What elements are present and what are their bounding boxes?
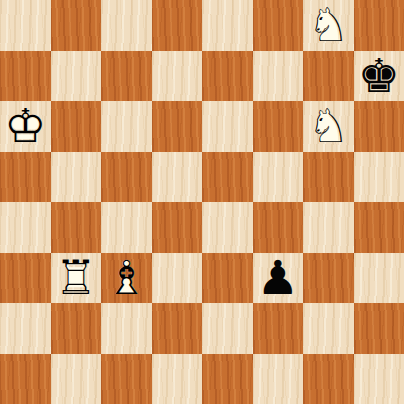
square-h3[interactable] bbox=[354, 253, 404, 304]
square-b8[interactable] bbox=[51, 0, 102, 51]
square-c1[interactable] bbox=[101, 354, 152, 404]
piece-outline: ♖ bbox=[51, 253, 102, 304]
square-c2[interactable] bbox=[101, 303, 152, 354]
square-e3[interactable] bbox=[202, 253, 253, 304]
square-g5[interactable] bbox=[303, 152, 354, 203]
square-d1[interactable] bbox=[152, 354, 203, 404]
square-a6[interactable]: ♚♔ bbox=[0, 101, 51, 152]
piece-white-knight[interactable]: ♞♘ bbox=[303, 101, 354, 152]
piece-black-king[interactable]: ♚ bbox=[354, 51, 404, 102]
square-c3[interactable]: ♝♗ bbox=[101, 253, 152, 304]
square-d7[interactable] bbox=[152, 51, 203, 102]
square-a3[interactable] bbox=[0, 253, 51, 304]
square-d4[interactable] bbox=[152, 202, 203, 253]
square-b6[interactable] bbox=[51, 101, 102, 152]
square-c5[interactable] bbox=[101, 152, 152, 203]
piece-white-rook[interactable]: ♜♖ bbox=[51, 253, 102, 304]
square-a7[interactable] bbox=[0, 51, 51, 102]
chess-board: ♞♘♚♚♔♞♘♜♖♝♗♟ bbox=[0, 0, 404, 404]
square-a1[interactable] bbox=[0, 354, 51, 404]
square-b1[interactable] bbox=[51, 354, 102, 404]
square-a2[interactable] bbox=[0, 303, 51, 354]
square-f6[interactable] bbox=[253, 101, 304, 152]
square-e7[interactable] bbox=[202, 51, 253, 102]
square-b5[interactable] bbox=[51, 152, 102, 203]
square-d3[interactable] bbox=[152, 253, 203, 304]
piece-outline: ♘ bbox=[303, 101, 354, 152]
square-c8[interactable] bbox=[101, 0, 152, 51]
square-f3[interactable]: ♟ bbox=[253, 253, 304, 304]
square-f4[interactable] bbox=[253, 202, 304, 253]
square-f5[interactable] bbox=[253, 152, 304, 203]
square-e2[interactable] bbox=[202, 303, 253, 354]
square-g1[interactable] bbox=[303, 354, 354, 404]
square-g6[interactable]: ♞♘ bbox=[303, 101, 354, 152]
square-f7[interactable] bbox=[253, 51, 304, 102]
square-d8[interactable] bbox=[152, 0, 203, 51]
square-h7[interactable]: ♚ bbox=[354, 51, 404, 102]
square-b7[interactable] bbox=[51, 51, 102, 102]
square-e6[interactable] bbox=[202, 101, 253, 152]
square-a8[interactable] bbox=[0, 0, 51, 51]
piece-white-knight[interactable]: ♞♘ bbox=[303, 0, 354, 51]
square-d6[interactable] bbox=[152, 101, 203, 152]
piece-white-bishop[interactable]: ♝♗ bbox=[101, 253, 152, 304]
piece-white-king[interactable]: ♚♔ bbox=[0, 101, 51, 152]
square-a5[interactable] bbox=[0, 152, 51, 203]
square-g3[interactable] bbox=[303, 253, 354, 304]
square-c6[interactable] bbox=[101, 101, 152, 152]
piece-outline: ♗ bbox=[101, 253, 152, 304]
square-h5[interactable] bbox=[354, 152, 404, 203]
square-h4[interactable] bbox=[354, 202, 404, 253]
square-f8[interactable] bbox=[253, 0, 304, 51]
square-b2[interactable] bbox=[51, 303, 102, 354]
piece-outline: ♘ bbox=[303, 0, 354, 51]
square-d5[interactable] bbox=[152, 152, 203, 203]
square-a4[interactable] bbox=[0, 202, 51, 253]
piece-outline: ♔ bbox=[0, 101, 51, 152]
square-e4[interactable] bbox=[202, 202, 253, 253]
square-g7[interactable] bbox=[303, 51, 354, 102]
square-g8[interactable]: ♞♘ bbox=[303, 0, 354, 51]
square-b4[interactable] bbox=[51, 202, 102, 253]
square-h1[interactable] bbox=[354, 354, 404, 404]
square-f2[interactable] bbox=[253, 303, 304, 354]
square-h8[interactable] bbox=[354, 0, 404, 51]
square-h6[interactable] bbox=[354, 101, 404, 152]
square-g2[interactable] bbox=[303, 303, 354, 354]
square-e5[interactable] bbox=[202, 152, 253, 203]
square-b3[interactable]: ♜♖ bbox=[51, 253, 102, 304]
square-f1[interactable] bbox=[253, 354, 304, 404]
square-c4[interactable] bbox=[101, 202, 152, 253]
piece-black-pawn[interactable]: ♟ bbox=[253, 253, 304, 304]
square-e1[interactable] bbox=[202, 354, 253, 404]
square-d2[interactable] bbox=[152, 303, 203, 354]
square-h2[interactable] bbox=[354, 303, 404, 354]
square-e8[interactable] bbox=[202, 0, 253, 51]
square-c7[interactable] bbox=[101, 51, 152, 102]
square-g4[interactable] bbox=[303, 202, 354, 253]
